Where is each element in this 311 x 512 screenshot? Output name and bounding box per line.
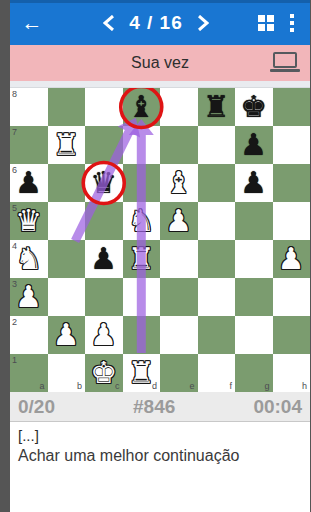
turn-banner: Sua vez: [10, 45, 310, 81]
board-square-b4[interactable]: [48, 240, 86, 278]
task-instruction: Achar uma melhor continuação: [18, 447, 302, 465]
rank-label-5: 5: [12, 203, 17, 213]
board-square-a6[interactable]: 6: [10, 164, 48, 202]
board-square-f5[interactable]: [198, 202, 236, 240]
board-square-d5[interactable]: [123, 202, 161, 240]
board-square-c8[interactable]: [85, 88, 123, 126]
board-square-a2[interactable]: 2: [10, 316, 48, 354]
board-square-c2[interactable]: [85, 316, 123, 354]
turn-banner-text: Sua vez: [131, 54, 189, 72]
board-square-a8[interactable]: 8: [10, 88, 48, 126]
board-square-g8[interactable]: [235, 88, 273, 126]
board-square-e6[interactable]: [160, 164, 198, 202]
board-square-e2[interactable]: [160, 316, 198, 354]
board-square-b6[interactable]: [48, 164, 86, 202]
file-label-d: d: [152, 381, 157, 391]
board-square-f4[interactable]: [198, 240, 236, 278]
board-square-b5[interactable]: [48, 202, 86, 240]
laptop-icon: [270, 52, 300, 74]
board-square-d6[interactable]: [123, 164, 161, 202]
board-square-d1[interactable]: d: [123, 354, 161, 392]
rank-label-4: 4: [12, 241, 17, 251]
board-square-c5[interactable]: [85, 202, 123, 240]
status-bar-strip: [10, 0, 310, 3]
board-square-g6[interactable]: [235, 164, 273, 202]
board-square-d7[interactable]: [123, 126, 161, 164]
divider-strip: [10, 81, 310, 88]
board-square-g1[interactable]: g: [235, 354, 273, 392]
board-square-f2[interactable]: [198, 316, 236, 354]
board-square-a7[interactable]: 7: [10, 126, 48, 164]
board-square-g3[interactable]: [235, 278, 273, 316]
rank-label-7: 7: [12, 127, 17, 137]
puzzle-number: #846: [133, 396, 175, 418]
chevron-right-icon[interactable]: [197, 15, 209, 31]
file-label-h: h: [302, 381, 307, 391]
arrow-left-icon: ←: [22, 11, 43, 34]
board-square-c6[interactable]: [85, 164, 123, 202]
board-square-d4[interactable]: [123, 240, 161, 278]
back-button[interactable]: ←: [10, 0, 54, 45]
board-square-h6[interactable]: [273, 164, 311, 202]
board-square-c1[interactable]: c: [85, 354, 123, 392]
board-square-f1[interactable]: f: [198, 354, 236, 392]
app-bar: ← 4 / 16: [10, 0, 310, 45]
exercise-navigator: 4 / 16: [54, 12, 258, 34]
board-square-b2[interactable]: [48, 316, 86, 354]
board-square-b1[interactable]: b: [48, 354, 86, 392]
board-square-b7[interactable]: [48, 126, 86, 164]
file-label-f: f: [229, 381, 232, 391]
file-label-c: c: [115, 381, 120, 391]
grid-view-icon[interactable]: [258, 15, 274, 31]
board-square-d8[interactable]: [123, 88, 161, 126]
board-square-h5[interactable]: [273, 202, 311, 240]
timer: 00:04: [253, 396, 302, 418]
board-square-h3[interactable]: [273, 278, 311, 316]
board-square-f7[interactable]: [198, 126, 236, 164]
board-square-c7[interactable]: [85, 126, 123, 164]
board-square-e3[interactable]: [160, 278, 198, 316]
board-square-e8[interactable]: [160, 88, 198, 126]
rank-label-8: 8: [12, 89, 17, 99]
board-square-b3[interactable]: [48, 278, 86, 316]
rank-label-1: 1: [12, 355, 17, 365]
rank-label-3: 3: [12, 279, 17, 289]
board-square-a5[interactable]: 5: [10, 202, 48, 240]
file-label-g: g: [264, 381, 269, 391]
app-window: ← 4 / 16 Sua vez 8765: [10, 0, 310, 512]
board-square-e7[interactable]: [160, 126, 198, 164]
board-square-h7[interactable]: [273, 126, 311, 164]
chess-board[interactable]: 87654321abcdefgh ♝♜♚♜♟♟♛♝♟♛♞♟♞♟♜♟♟♟♟♚♜: [10, 88, 310, 392]
board-grid: 87654321abcdefgh: [10, 88, 310, 392]
board-square-b8[interactable]: [48, 88, 86, 126]
board-square-g5[interactable]: [235, 202, 273, 240]
board-square-c3[interactable]: [85, 278, 123, 316]
score-bar: 0/20 #846 00:04: [10, 392, 310, 422]
board-square-e1[interactable]: e: [160, 354, 198, 392]
board-square-c4[interactable]: [85, 240, 123, 278]
board-square-g4[interactable]: [235, 240, 273, 278]
board-square-f8[interactable]: [198, 88, 236, 126]
exercise-counter: 4 / 16: [129, 12, 183, 34]
board-square-h4[interactable]: [273, 240, 311, 278]
board-square-d2[interactable]: [123, 316, 161, 354]
file-label-e: e: [189, 381, 194, 391]
score-counter: 0/20: [18, 396, 55, 418]
board-square-h8[interactable]: [273, 88, 311, 126]
board-square-e4[interactable]: [160, 240, 198, 278]
board-square-d3[interactable]: [123, 278, 161, 316]
board-square-e5[interactable]: [160, 202, 198, 240]
board-square-h1[interactable]: h: [273, 354, 311, 392]
file-label-b: b: [77, 381, 82, 391]
file-label-a: a: [39, 381, 44, 391]
chevron-left-icon[interactable]: [103, 15, 115, 31]
rank-label-6: 6: [12, 165, 17, 175]
hidden-moves-text: [...]: [18, 427, 302, 444]
task-area: [...] Achar uma melhor continuação: [10, 422, 310, 470]
board-square-h2[interactable]: [273, 316, 311, 354]
board-square-a1[interactable]: 1a: [10, 354, 48, 392]
overflow-menu-icon[interactable]: [284, 10, 300, 36]
board-square-a3[interactable]: 3: [10, 278, 48, 316]
board-square-g7[interactable]: [235, 126, 273, 164]
rank-label-2: 2: [12, 317, 17, 327]
board-square-a4[interactable]: 4: [10, 240, 48, 278]
board-square-f6[interactable]: [198, 164, 236, 202]
app-bar-actions: [258, 10, 310, 36]
board-square-f3[interactable]: [198, 278, 236, 316]
board-square-g2[interactable]: [235, 316, 273, 354]
